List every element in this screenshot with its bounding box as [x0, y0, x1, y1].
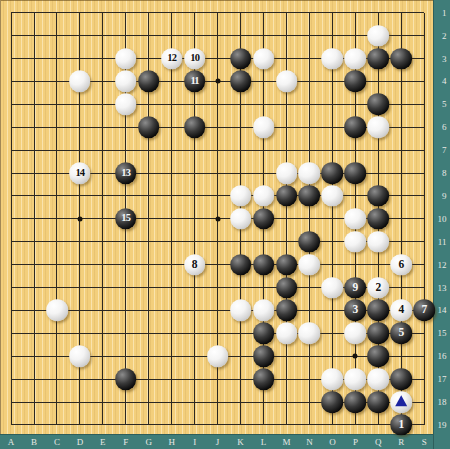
stone-black-P14[interactable]: 3: [345, 300, 367, 322]
stone-black-R19[interactable]: 1: [391, 414, 413, 436]
move-number: 4: [398, 305, 404, 317]
stone-white-M8[interactable]: [276, 162, 298, 184]
stone-black-Q15[interactable]: [368, 323, 390, 345]
stone-white-P17[interactable]: [345, 368, 367, 390]
stone-black-L17[interactable]: [253, 368, 275, 390]
stone-black-M13[interactable]: [276, 277, 298, 299]
stone-black-F8[interactable]: 13: [115, 162, 137, 184]
move-number: 14: [75, 168, 84, 179]
stone-white-L14[interactable]: [253, 300, 275, 322]
stone-black-Q18[interactable]: [368, 391, 390, 413]
stone-white-O17[interactable]: [322, 368, 344, 390]
stone-white-Q13[interactable]: 2: [368, 277, 390, 299]
stone-black-Q9[interactable]: [368, 185, 390, 207]
stone-black-Q16[interactable]: [368, 345, 390, 367]
stone-white-H3[interactable]: 12: [161, 48, 183, 70]
stone-black-Q3[interactable]: [368, 48, 390, 70]
stone-black-R17[interactable]: [391, 368, 413, 390]
move-number: 6: [398, 259, 404, 271]
stone-black-N9[interactable]: [299, 185, 321, 207]
move-number: 1: [398, 419, 404, 431]
stone-white-J16[interactable]: [207, 345, 229, 367]
stone-black-K12[interactable]: [230, 254, 252, 276]
go-board: ABCDEFGHIJKLMNOPQRS 12345678910111213141…: [0, 0, 450, 449]
stone-white-D16[interactable]: [69, 345, 91, 367]
move-number: 15: [121, 214, 130, 225]
move-number: 8: [192, 259, 198, 271]
stone-white-Q6[interactable]: [368, 116, 390, 138]
stone-black-M14[interactable]: [276, 300, 298, 322]
stone-white-O3[interactable]: [322, 48, 344, 70]
stone-black-O18[interactable]: [322, 391, 344, 413]
triangle-mark: [395, 396, 407, 407]
stone-white-P15[interactable]: [345, 323, 367, 345]
stone-white-O13[interactable]: [322, 277, 344, 299]
stone-white-R18[interactable]: [391, 391, 413, 413]
stone-black-I6[interactable]: [184, 116, 206, 138]
move-number: 9: [353, 282, 359, 294]
stone-white-P11[interactable]: [345, 231, 367, 253]
stone-white-N8[interactable]: [299, 162, 321, 184]
move-number: 3: [353, 305, 359, 317]
stone-white-N15[interactable]: [299, 323, 321, 345]
stone-black-F17[interactable]: [115, 368, 137, 390]
stone-white-L6[interactable]: [253, 116, 275, 138]
stone-black-M9[interactable]: [276, 185, 298, 207]
stone-white-P3[interactable]: [345, 48, 367, 70]
stone-white-L3[interactable]: [253, 48, 275, 70]
stone-black-K3[interactable]: [230, 48, 252, 70]
stone-white-D8[interactable]: 14: [69, 162, 91, 184]
stone-white-I12[interactable]: 8: [184, 254, 206, 276]
stone-black-G6[interactable]: [138, 116, 160, 138]
move-number: 7: [421, 305, 427, 317]
stone-white-N12[interactable]: [299, 254, 321, 276]
stone-white-R14[interactable]: 4: [391, 300, 413, 322]
stone-black-F10[interactable]: 15: [115, 208, 137, 230]
stone-white-M15[interactable]: [276, 323, 298, 345]
stone-white-K10[interactable]: [230, 208, 252, 230]
move-number: 13: [121, 168, 130, 179]
stone-white-K14[interactable]: [230, 300, 252, 322]
stone-black-Q10[interactable]: [368, 208, 390, 230]
stone-black-L12[interactable]: [253, 254, 275, 276]
stone-white-Q17[interactable]: [368, 368, 390, 390]
stone-black-M12[interactable]: [276, 254, 298, 276]
stone-white-P10[interactable]: [345, 208, 367, 230]
stone-black-P8[interactable]: [345, 162, 367, 184]
stone-white-C14[interactable]: [46, 300, 68, 322]
move-number: 12: [167, 53, 176, 64]
stone-black-P6[interactable]: [345, 116, 367, 138]
stone-black-P4[interactable]: [345, 71, 367, 93]
move-number: 11: [191, 76, 199, 87]
stone-white-Q11[interactable]: [368, 231, 390, 253]
stone-white-R12[interactable]: 6: [391, 254, 413, 276]
stone-black-P13[interactable]: 9: [345, 277, 367, 299]
stones-layer: 121011141315869234751: [0, 0, 450, 449]
stone-black-P18[interactable]: [345, 391, 367, 413]
stone-white-M4[interactable]: [276, 71, 298, 93]
stone-black-Q5[interactable]: [368, 94, 390, 116]
stone-black-R15[interactable]: 5: [391, 323, 413, 345]
stone-white-O9[interactable]: [322, 185, 344, 207]
stone-white-F3[interactable]: [115, 48, 137, 70]
stone-white-L9[interactable]: [253, 185, 275, 207]
stone-black-O8[interactable]: [322, 162, 344, 184]
stone-white-F5[interactable]: [115, 94, 137, 116]
stone-black-I4[interactable]: 11: [184, 71, 206, 93]
move-number: 10: [190, 53, 199, 64]
stone-black-L10[interactable]: [253, 208, 275, 230]
stone-black-S14[interactable]: 7: [413, 300, 435, 322]
stone-white-Q2[interactable]: [368, 25, 390, 47]
stone-black-R3[interactable]: [391, 48, 413, 70]
stone-black-G4[interactable]: [138, 71, 160, 93]
stone-white-D4[interactable]: [69, 71, 91, 93]
move-number: 2: [375, 282, 381, 294]
stone-white-F4[interactable]: [115, 71, 137, 93]
stone-black-K4[interactable]: [230, 71, 252, 93]
stone-white-I3[interactable]: 10: [184, 48, 206, 70]
stone-black-N11[interactable]: [299, 231, 321, 253]
stone-white-K9[interactable]: [230, 185, 252, 207]
stone-black-L15[interactable]: [253, 323, 275, 345]
stone-black-L16[interactable]: [253, 345, 275, 367]
stone-black-Q14[interactable]: [368, 300, 390, 322]
move-number: 5: [398, 328, 404, 340]
